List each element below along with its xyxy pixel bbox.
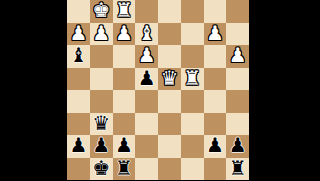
square-b8[interactable] xyxy=(204,158,227,181)
square-g1[interactable]: ♚ xyxy=(90,0,113,23)
square-b3[interactable] xyxy=(204,45,227,68)
square-g6[interactable]: ♛ xyxy=(90,113,113,136)
square-c8[interactable] xyxy=(181,158,204,181)
square-a7[interactable]: ♟ xyxy=(226,135,249,158)
square-c6[interactable] xyxy=(181,113,204,136)
piece-white-pawn: ♟ xyxy=(206,23,224,43)
piece-white-queen: ♛ xyxy=(160,68,178,88)
piece-white-pawn: ♟ xyxy=(138,45,156,65)
square-a3[interactable]: ♟ xyxy=(226,45,249,68)
square-d7[interactable] xyxy=(158,135,181,158)
square-b1[interactable] xyxy=(204,0,227,23)
piece-white-rook: ♜ xyxy=(183,68,201,88)
square-f2[interactable]: ♟ xyxy=(113,23,136,46)
piece-black-pawn: ♟ xyxy=(206,135,224,155)
square-f4[interactable] xyxy=(113,68,136,91)
square-h5[interactable] xyxy=(67,90,90,113)
square-b5[interactable] xyxy=(204,90,227,113)
square-g3[interactable] xyxy=(90,45,113,68)
square-e2[interactable]: ♝ xyxy=(135,23,158,46)
square-f7[interactable]: ♟ xyxy=(113,135,136,158)
square-e4[interactable]: ♟ xyxy=(135,68,158,91)
square-h4[interactable] xyxy=(67,68,90,91)
square-h8[interactable] xyxy=(67,158,90,181)
square-b6[interactable] xyxy=(204,113,227,136)
square-d6[interactable] xyxy=(158,113,181,136)
square-f5[interactable] xyxy=(113,90,136,113)
square-h7[interactable]: ♟ xyxy=(67,135,90,158)
letterbox-background: ♚♜♟♟♟♝♟♝♟♟♟♛♜♛♟♟♟♟♟♚♜♜ xyxy=(0,0,320,180)
square-d4[interactable]: ♛ xyxy=(158,68,181,91)
square-h2[interactable]: ♟ xyxy=(67,23,90,46)
square-b4[interactable] xyxy=(204,68,227,91)
piece-white-pawn: ♟ xyxy=(69,23,87,43)
square-c3[interactable] xyxy=(181,45,204,68)
piece-black-pawn: ♟ xyxy=(229,135,247,155)
square-a1[interactable] xyxy=(226,0,249,23)
chess-board: ♚♜♟♟♟♝♟♝♟♟♟♛♜♛♟♟♟♟♟♚♜♜ xyxy=(67,0,249,180)
piece-black-king: ♚ xyxy=(92,158,110,178)
piece-black-queen: ♛ xyxy=(92,113,110,133)
square-d2[interactable] xyxy=(158,23,181,46)
square-e8[interactable] xyxy=(135,158,158,181)
piece-black-pawn: ♟ xyxy=(138,68,156,88)
square-g7[interactable]: ♟ xyxy=(90,135,113,158)
square-a6[interactable] xyxy=(226,113,249,136)
piece-white-pawn: ♟ xyxy=(115,23,133,43)
square-a8[interactable]: ♜ xyxy=(226,158,249,181)
square-a5[interactable] xyxy=(226,90,249,113)
piece-black-pawn: ♟ xyxy=(92,135,110,155)
square-g8[interactable]: ♚ xyxy=(90,158,113,181)
square-g5[interactable] xyxy=(90,90,113,113)
square-d8[interactable] xyxy=(158,158,181,181)
square-d5[interactable] xyxy=(158,90,181,113)
square-a4[interactable] xyxy=(226,68,249,91)
square-f8[interactable]: ♜ xyxy=(113,158,136,181)
square-e6[interactable] xyxy=(135,113,158,136)
square-c2[interactable] xyxy=(181,23,204,46)
square-g2[interactable]: ♟ xyxy=(90,23,113,46)
square-e3[interactable]: ♟ xyxy=(135,45,158,68)
square-e7[interactable] xyxy=(135,135,158,158)
square-a2[interactable] xyxy=(226,23,249,46)
piece-white-bishop: ♝ xyxy=(138,23,156,43)
square-c5[interactable] xyxy=(181,90,204,113)
square-g4[interactable] xyxy=(90,68,113,91)
piece-white-king: ♚ xyxy=(92,0,110,20)
piece-black-rook: ♜ xyxy=(115,158,133,178)
piece-black-bishop: ♝ xyxy=(69,45,87,65)
square-b7[interactable]: ♟ xyxy=(204,135,227,158)
square-f1[interactable]: ♜ xyxy=(113,0,136,23)
square-c7[interactable] xyxy=(181,135,204,158)
piece-white-pawn: ♟ xyxy=(92,23,110,43)
square-h1[interactable] xyxy=(67,0,90,23)
square-h6[interactable] xyxy=(67,113,90,136)
piece-black-pawn: ♟ xyxy=(69,135,87,155)
square-d3[interactable] xyxy=(158,45,181,68)
square-c1[interactable] xyxy=(181,0,204,23)
piece-black-pawn: ♟ xyxy=(115,135,133,155)
piece-white-rook: ♜ xyxy=(115,0,133,20)
square-c4[interactable]: ♜ xyxy=(181,68,204,91)
piece-white-pawn: ♟ xyxy=(229,45,247,65)
square-f3[interactable] xyxy=(113,45,136,68)
square-f6[interactable] xyxy=(113,113,136,136)
square-h3[interactable]: ♝ xyxy=(67,45,90,68)
square-d1[interactable] xyxy=(158,0,181,23)
square-e5[interactable] xyxy=(135,90,158,113)
piece-black-rook: ♜ xyxy=(229,158,247,178)
square-b2[interactable]: ♟ xyxy=(204,23,227,46)
square-e1[interactable] xyxy=(135,0,158,23)
